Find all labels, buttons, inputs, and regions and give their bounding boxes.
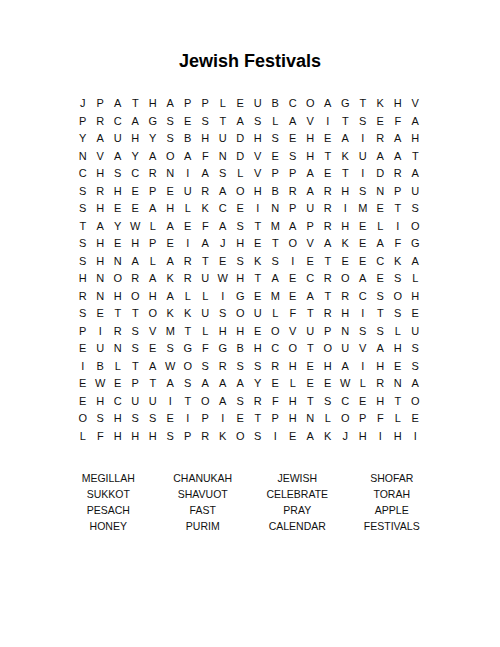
grid-cell[interactable]: A (109, 148, 127, 166)
grid-cell[interactable]: E (249, 323, 267, 341)
grid-cell[interactable]: E (372, 270, 390, 288)
grid-cell[interactable]: A (92, 218, 110, 236)
grid-cell[interactable]: S (319, 393, 337, 411)
grid-cell[interactable]: C (354, 288, 372, 306)
word-list-item[interactable]: PRAY (250, 502, 345, 518)
grid-cell[interactable]: G (214, 340, 232, 358)
grid-cell[interactable]: V (302, 235, 320, 253)
word-list-item[interactable]: PURIM (156, 518, 251, 534)
grid-cell[interactable]: W (214, 270, 232, 288)
grid-cell[interactable]: L (179, 288, 197, 306)
grid-cell[interactable]: I (337, 200, 355, 218)
grid-cell[interactable]: A (302, 428, 320, 446)
grid-cell[interactable]: F (389, 235, 407, 253)
grid-cell[interactable]: G (232, 288, 250, 306)
grid-cell[interactable]: U (144, 393, 162, 411)
grid-cell[interactable]: D (232, 148, 250, 166)
grid-cell[interactable]: P (197, 95, 215, 113)
grid-cell[interactable]: S (214, 305, 232, 323)
word-list-item[interactable]: PESACH (61, 502, 156, 518)
grid-cell[interactable]: L (232, 165, 250, 183)
grid-cell[interactable]: B (267, 95, 285, 113)
grid-cell[interactable]: E (179, 113, 197, 131)
grid-cell[interactable]: R (92, 113, 110, 131)
grid-cell[interactable]: H (389, 95, 407, 113)
grid-cell[interactable]: H (372, 358, 390, 376)
grid-cell[interactable]: U (407, 183, 425, 201)
grid-cell[interactable]: V (144, 323, 162, 341)
grid-cell[interactable]: S (389, 270, 407, 288)
grid-cell[interactable]: B (232, 340, 250, 358)
grid-cell[interactable]: O (127, 288, 145, 306)
grid-cell[interactable]: P (92, 95, 110, 113)
grid-cell[interactable]: A (389, 130, 407, 148)
grid-cell[interactable]: E (407, 410, 425, 428)
grid-cell[interactable]: H (109, 410, 127, 428)
grid-cell[interactable]: S (127, 340, 145, 358)
grid-cell[interactable]: S (232, 358, 250, 376)
word-list-item[interactable]: CHANUKAH (156, 470, 251, 486)
grid-cell[interactable]: E (407, 305, 425, 323)
grid-cell[interactable]: O (74, 410, 92, 428)
grid-cell[interactable]: F (197, 218, 215, 236)
grid-cell[interactable]: A (162, 288, 180, 306)
grid-cell[interactable]: N (109, 253, 127, 271)
grid-cell[interactable]: U (249, 305, 267, 323)
grid-cell[interactable]: C (302, 270, 320, 288)
grid-cell[interactable]: I (214, 288, 232, 306)
grid-cell[interactable]: S (74, 305, 92, 323)
grid-cell[interactable]: K (249, 253, 267, 271)
grid-cell[interactable]: S (407, 340, 425, 358)
grid-cell[interactable]: W (127, 218, 145, 236)
grid-cell[interactable]: U (302, 323, 320, 341)
grid-cell[interactable]: H (249, 130, 267, 148)
grid-cell[interactable]: E (127, 200, 145, 218)
grid-cell[interactable]: C (337, 393, 355, 411)
grid-cell[interactable]: R (319, 218, 337, 236)
grid-cell[interactable]: F (284, 305, 302, 323)
grid-cell[interactable]: V (92, 148, 110, 166)
grid-cell[interactable]: C (214, 200, 232, 218)
grid-cell[interactable]: A (127, 253, 145, 271)
grid-cell[interactable]: E (214, 253, 232, 271)
grid-cell[interactable]: O (232, 305, 250, 323)
grid-cell[interactable]: P (144, 235, 162, 253)
word-list-item[interactable]: MEGILLAH (61, 470, 156, 486)
grid-cell[interactable]: H (337, 305, 355, 323)
grid-cell[interactable]: K (389, 253, 407, 271)
grid-cell[interactable]: K (162, 270, 180, 288)
grid-cell[interactable]: L (74, 428, 92, 446)
grid-cell[interactable]: S (144, 410, 162, 428)
grid-cell[interactable]: E (284, 270, 302, 288)
grid-cell[interactable]: E (302, 358, 320, 376)
grid-cell[interactable]: N (302, 410, 320, 428)
grid-cell[interactable]: S (197, 113, 215, 131)
grid-cell[interactable]: M (267, 288, 285, 306)
grid-cell[interactable]: T (249, 218, 267, 236)
grid-cell[interactable]: S (372, 288, 390, 306)
grid-cell[interactable]: I (354, 305, 372, 323)
grid-cell[interactable]: E (354, 253, 372, 271)
grid-cell[interactable]: I (354, 165, 372, 183)
grid-cell[interactable]: N (337, 323, 355, 341)
grid-cell[interactable]: T (319, 253, 337, 271)
grid-cell[interactable]: F (389, 113, 407, 131)
grid-cell[interactable]: A (267, 270, 285, 288)
grid-cell[interactable]: E (319, 375, 337, 393)
grid-cell[interactable]: I (267, 428, 285, 446)
grid-cell[interactable]: H (144, 428, 162, 446)
grid-cell[interactable]: A (389, 148, 407, 166)
grid-cell[interactable]: I (319, 113, 337, 131)
grid-cell[interactable]: A (162, 375, 180, 393)
grid-cell[interactable]: R (109, 323, 127, 341)
grid-cell[interactable]: V (249, 148, 267, 166)
grid-cell[interactable]: A (302, 183, 320, 201)
grid-cell[interactable]: L (389, 410, 407, 428)
grid-cell[interactable]: I (354, 130, 372, 148)
grid-cell[interactable]: I (162, 393, 180, 411)
grid-cell[interactable]: H (109, 288, 127, 306)
word-list-item[interactable]: TORAH (345, 486, 440, 502)
grid-cell[interactable]: E (74, 393, 92, 411)
grid-cell[interactable]: E (92, 305, 110, 323)
grid-cell[interactable]: C (372, 253, 390, 271)
grid-cell[interactable]: R (319, 270, 337, 288)
grid-cell[interactable]: E (144, 340, 162, 358)
grid-cell[interactable]: H (249, 183, 267, 201)
grid-cell[interactable]: S (267, 130, 285, 148)
grid-cell[interactable]: R (372, 375, 390, 393)
grid-cell[interactable]: S (127, 410, 145, 428)
grid-cell[interactable]: U (197, 270, 215, 288)
grid-cell[interactable]: S (389, 305, 407, 323)
grid-cell[interactable]: E (162, 235, 180, 253)
grid-cell[interactable]: E (302, 375, 320, 393)
grid-cell[interactable]: S (162, 340, 180, 358)
grid-cell[interactable]: J (214, 235, 232, 253)
grid-cell[interactable]: I (354, 358, 372, 376)
grid-cell[interactable]: A (144, 358, 162, 376)
grid-cell[interactable]: P (74, 323, 92, 341)
grid-cell[interactable]: I (74, 358, 92, 376)
grid-cell[interactable]: I (389, 218, 407, 236)
grid-cell[interactable]: R (74, 288, 92, 306)
grid-cell[interactable]: U (249, 95, 267, 113)
grid-cell[interactable]: T (144, 375, 162, 393)
grid-cell[interactable]: R (337, 288, 355, 306)
grid-cell[interactable]: T (319, 288, 337, 306)
grid-cell[interactable]: P (284, 200, 302, 218)
grid-cell[interactable]: H (337, 183, 355, 201)
grid-cell[interactable]: R (319, 200, 337, 218)
grid-cell[interactable]: K (214, 428, 232, 446)
grid-cell[interactable]: H (389, 428, 407, 446)
grid-cell[interactable]: S (407, 358, 425, 376)
grid-cell[interactable]: A (109, 95, 127, 113)
grid-cell[interactable]: S (232, 253, 250, 271)
grid-cell[interactable]: T (389, 200, 407, 218)
grid-cell[interactable]: L (267, 305, 285, 323)
grid-cell[interactable]: K (197, 200, 215, 218)
grid-cell[interactable]: O (337, 270, 355, 288)
grid-cell[interactable]: H (354, 428, 372, 446)
grid-cell[interactable]: E (162, 183, 180, 201)
grid-cell[interactable]: H (302, 148, 320, 166)
grid-cell[interactable]: C (109, 393, 127, 411)
word-list-item[interactable]: CALENDAR (250, 518, 345, 534)
grid-cell[interactable]: M (267, 218, 285, 236)
grid-cell[interactable]: S (249, 428, 267, 446)
grid-cell[interactable]: S (354, 113, 372, 131)
grid-cell[interactable]: A (354, 270, 372, 288)
grid-cell[interactable]: U (214, 130, 232, 148)
grid-cell[interactable]: R (214, 358, 232, 376)
grid-cell[interactable]: P (354, 410, 372, 428)
grid-cell[interactable]: T (127, 358, 145, 376)
grid-cell[interactable]: T (389, 393, 407, 411)
grid-cell[interactable]: S (249, 113, 267, 131)
grid-cell[interactable]: E (284, 288, 302, 306)
grid-cell[interactable]: T (337, 113, 355, 131)
grid-cell[interactable]: S (232, 393, 250, 411)
grid-cell[interactable]: T (197, 253, 215, 271)
grid-cell[interactable]: T (179, 393, 197, 411)
grid-cell[interactable]: E (179, 218, 197, 236)
grid-cell[interactable]: A (284, 113, 302, 131)
grid-cell[interactable]: R (127, 270, 145, 288)
grid-cell[interactable]: K (319, 428, 337, 446)
grid-cell[interactable]: W (92, 375, 110, 393)
grid-cell[interactable]: A (214, 183, 232, 201)
grid-cell[interactable]: A (144, 270, 162, 288)
grid-cell[interactable]: T (214, 113, 232, 131)
grid-cell[interactable]: P (267, 410, 285, 428)
grid-cell[interactable]: S (74, 200, 92, 218)
grid-cell[interactable]: N (372, 183, 390, 201)
grid-cell[interactable]: A (127, 113, 145, 131)
grid-cell[interactable]: A (214, 218, 232, 236)
grid-cell[interactable]: F (372, 410, 390, 428)
grid-cell[interactable]: E (162, 410, 180, 428)
grid-cell[interactable]: T (127, 95, 145, 113)
grid-cell[interactable]: I (407, 428, 425, 446)
grid-cell[interactable]: O (267, 323, 285, 341)
grid-cell[interactable]: L (144, 253, 162, 271)
grid-cell[interactable]: O (319, 340, 337, 358)
grid-cell[interactable]: H (144, 95, 162, 113)
grid-cell[interactable]: R (144, 165, 162, 183)
grid-cell[interactable]: R (179, 270, 197, 288)
grid-cell[interactable]: Y (144, 130, 162, 148)
grid-cell[interactable]: I (284, 253, 302, 271)
grid-cell[interactable]: E (319, 165, 337, 183)
word-list-item[interactable]: SHOFAR (345, 470, 440, 486)
grid-cell[interactable]: I (179, 235, 197, 253)
grid-cell[interactable]: E (372, 113, 390, 131)
grid-cell[interactable]: U (337, 340, 355, 358)
grid-cell[interactable]: L (354, 375, 372, 393)
grid-cell[interactable]: H (232, 235, 250, 253)
grid-cell[interactable]: H (232, 323, 250, 341)
grid-cell[interactable]: H (302, 130, 320, 148)
grid-cell[interactable]: V (284, 323, 302, 341)
grid-cell[interactable]: S (197, 358, 215, 376)
grid-cell[interactable]: L (197, 288, 215, 306)
grid-cell[interactable]: I (92, 323, 110, 341)
word-list-item[interactable]: CELEBRATE (250, 486, 345, 502)
grid-cell[interactable]: P (179, 95, 197, 113)
grid-cell[interactable]: P (144, 183, 162, 201)
grid-cell[interactable]: K (179, 305, 197, 323)
grid-cell[interactable]: A (197, 165, 215, 183)
grid-cell[interactable]: A (197, 375, 215, 393)
grid-cell[interactable]: T (354, 95, 372, 113)
grid-cell[interactable]: E (284, 130, 302, 148)
grid-cell[interactable]: H (162, 200, 180, 218)
word-list-item[interactable]: APPLE (345, 502, 440, 518)
grid-cell[interactable]: R (389, 165, 407, 183)
grid-cell[interactable]: O (284, 340, 302, 358)
grid-cell[interactable]: E (302, 253, 320, 271)
grid-cell[interactable]: R (197, 428, 215, 446)
word-list-item[interactable]: JEWISH (250, 470, 345, 486)
grid-cell[interactable]: H (197, 130, 215, 148)
grid-cell[interactable]: N (92, 270, 110, 288)
grid-cell[interactable]: V (249, 165, 267, 183)
grid-cell[interactable]: A (337, 358, 355, 376)
grid-cell[interactable]: A (337, 130, 355, 148)
grid-cell[interactable]: N (389, 375, 407, 393)
grid-cell[interactable]: A (302, 165, 320, 183)
grid-cell[interactable]: E (267, 148, 285, 166)
grid-cell[interactable]: N (214, 148, 232, 166)
word-list-item[interactable]: FESTIVALS (345, 518, 440, 534)
grid-cell[interactable]: N (267, 200, 285, 218)
grid-cell[interactable]: H (372, 393, 390, 411)
grid-cell[interactable]: A (232, 113, 250, 131)
grid-cell[interactable]: O (232, 183, 250, 201)
grid-cell[interactable]: P (197, 410, 215, 428)
grid-cell[interactable]: G (337, 95, 355, 113)
grid-cell[interactable]: E (109, 235, 127, 253)
grid-cell[interactable]: H (127, 428, 145, 446)
grid-cell[interactable]: H (92, 393, 110, 411)
grid-cell[interactable]: N (92, 288, 110, 306)
grid-cell[interactable]: Y (127, 148, 145, 166)
grid-cell[interactable]: E (127, 183, 145, 201)
grid-cell[interactable]: K (337, 148, 355, 166)
grid-cell[interactable]: A (179, 148, 197, 166)
grid-cell[interactable]: H (92, 235, 110, 253)
grid-cell[interactable]: R (319, 183, 337, 201)
grid-cell[interactable]: V (407, 95, 425, 113)
grid-cell[interactable]: A (214, 375, 232, 393)
grid-cell[interactable]: S (284, 148, 302, 166)
grid-cell[interactable]: O (109, 270, 127, 288)
grid-cell[interactable]: H (92, 200, 110, 218)
grid-cell[interactable]: A (319, 95, 337, 113)
grid-cell[interactable]: L (372, 218, 390, 236)
grid-cell[interactable]: A (372, 148, 390, 166)
grid-cell[interactable]: T (407, 148, 425, 166)
grid-cell[interactable]: E (232, 410, 250, 428)
grid-cell[interactable]: U (127, 393, 145, 411)
grid-cell[interactable]: P (267, 165, 285, 183)
grid-cell[interactable]: P (74, 113, 92, 131)
grid-cell[interactable]: D (372, 165, 390, 183)
grid-cell[interactable]: H (232, 270, 250, 288)
grid-cell[interactable]: E (389, 358, 407, 376)
grid-cell[interactable]: L (284, 375, 302, 393)
grid-cell[interactable]: M (354, 200, 372, 218)
grid-cell[interactable]: I (179, 410, 197, 428)
grid-cell[interactable]: B (179, 130, 197, 148)
grid-cell[interactable]: S (109, 165, 127, 183)
grid-cell[interactable]: S (179, 375, 197, 393)
grid-cell[interactable]: S (232, 218, 250, 236)
grid-cell[interactable]: A (407, 375, 425, 393)
grid-cell[interactable]: A (162, 253, 180, 271)
grid-cell[interactable]: A (407, 165, 425, 183)
grid-cell[interactable]: L (109, 358, 127, 376)
grid-cell[interactable]: S (74, 183, 92, 201)
grid-cell[interactable]: B (92, 358, 110, 376)
grid-cell[interactable]: O (302, 95, 320, 113)
grid-cell[interactable]: O (162, 148, 180, 166)
grid-cell[interactable]: S (249, 358, 267, 376)
grid-cell[interactable]: R (92, 183, 110, 201)
grid-cell[interactable]: S (92, 410, 110, 428)
grid-cell[interactable]: H (249, 340, 267, 358)
grid-cell[interactable]: P (179, 428, 197, 446)
grid-cell[interactable]: G (179, 340, 197, 358)
grid-cell[interactable]: E (372, 200, 390, 218)
grid-cell[interactable]: A (162, 95, 180, 113)
grid-cell[interactable]: T (127, 305, 145, 323)
grid-cell[interactable]: A (92, 130, 110, 148)
grid-cell[interactable]: E (232, 200, 250, 218)
grid-cell[interactable]: E (354, 393, 372, 411)
grid-cell[interactable]: H (319, 358, 337, 376)
grid-cell[interactable]: S (214, 165, 232, 183)
grid-cell[interactable]: E (284, 428, 302, 446)
grid-cell[interactable]: S (127, 323, 145, 341)
grid-cell[interactable]: N (109, 340, 127, 358)
grid-cell[interactable]: E (267, 375, 285, 393)
grid-cell[interactable]: U (407, 323, 425, 341)
grid-cell[interactable]: L (197, 323, 215, 341)
grid-cell[interactable]: S (74, 253, 92, 271)
grid-cell[interactable]: E (354, 235, 372, 253)
grid-cell[interactable]: U (179, 183, 197, 201)
grid-cell[interactable]: S (267, 253, 285, 271)
grid-cell[interactable]: T (302, 305, 320, 323)
grid-cell[interactable]: I (214, 410, 232, 428)
grid-cell[interactable]: J (337, 428, 355, 446)
grid-cell[interactable]: A (162, 218, 180, 236)
grid-cell[interactable]: H (284, 358, 302, 376)
grid-cell[interactable]: V (302, 113, 320, 131)
grid-cell[interactable]: N (74, 148, 92, 166)
grid-cell[interactable]: S (162, 113, 180, 131)
grid-cell[interactable]: T (249, 270, 267, 288)
grid-cell[interactable]: E (109, 200, 127, 218)
grid-cell[interactable]: G (144, 113, 162, 131)
grid-cell[interactable]: D (232, 130, 250, 148)
